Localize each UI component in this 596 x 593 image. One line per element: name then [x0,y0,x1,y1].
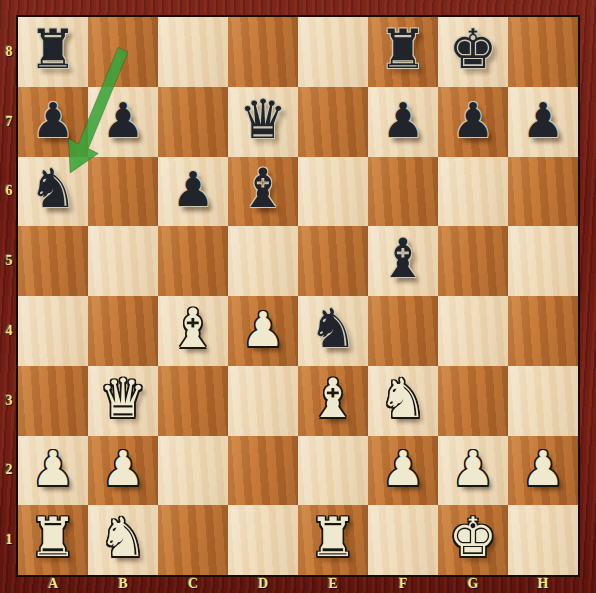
piece-black-pawn[interactable]: ♟ [381,96,424,144]
square-h7[interactable]: ♟ [508,87,578,157]
piece-white-pawn[interactable]: ♟ [31,444,74,492]
rank-label-3: 3 [0,366,18,436]
square-c7[interactable] [158,87,228,157]
square-d5[interactable] [228,226,298,296]
square-g4[interactable] [438,296,508,366]
square-a4[interactable] [18,296,88,366]
square-g7[interactable]: ♟ [438,87,508,157]
piece-white-queen[interactable]: ♛ [99,372,147,426]
piece-white-knight[interactable]: ♞ [379,372,427,426]
piece-black-pawn[interactable]: ♟ [101,96,144,144]
square-b4[interactable] [88,296,158,366]
square-h2[interactable]: ♟ [508,436,578,506]
square-g6[interactable] [438,157,508,227]
piece-black-bishop[interactable]: ♝ [379,232,427,286]
square-f8[interactable]: ♜ [368,17,438,87]
square-e3[interactable]: ♝ [298,366,368,436]
square-h6[interactable] [508,157,578,227]
piece-white-pawn[interactable]: ♟ [381,444,424,492]
square-b6[interactable] [88,157,158,227]
rank-label-8: 8 [0,17,18,87]
piece-black-rook[interactable]: ♜ [379,23,427,77]
square-d2[interactable] [228,436,298,506]
square-g3[interactable] [438,366,508,436]
file-label-d: D [228,575,298,593]
square-a3[interactable] [18,366,88,436]
piece-black-bishop[interactable]: ♝ [239,162,287,216]
square-h8[interactable] [508,17,578,87]
piece-black-knight[interactable]: ♞ [29,162,77,216]
rank-labels: 87654321 [0,17,18,575]
piece-black-queen[interactable]: ♛ [239,93,287,147]
piece-white-pawn[interactable]: ♟ [521,444,564,492]
square-e1[interactable]: ♜ [298,505,368,575]
piece-white-rook[interactable]: ♜ [309,511,357,565]
piece-white-knight[interactable]: ♞ [99,511,147,565]
square-a7[interactable]: ♟ [18,87,88,157]
square-c3[interactable] [158,366,228,436]
file-label-f: F [368,575,438,593]
square-f1[interactable] [368,505,438,575]
file-label-c: C [158,575,228,593]
piece-black-rook[interactable]: ♜ [29,23,77,77]
square-f2[interactable]: ♟ [368,436,438,506]
file-label-a: A [18,575,88,593]
rank-label-2: 2 [0,436,18,506]
square-e2[interactable] [298,436,368,506]
square-e8[interactable] [298,17,368,87]
chess-board: ♜♜♚♟♟♛♟♟♟♞♟♝♝♝♟♞♛♝♞♟♟♟♟♟♜♞♜♚ [18,17,578,575]
square-f3[interactable]: ♞ [368,366,438,436]
piece-black-pawn[interactable]: ♟ [451,96,494,144]
piece-black-pawn[interactable]: ♟ [521,96,564,144]
square-a2[interactable]: ♟ [18,436,88,506]
file-label-e: E [298,575,368,593]
square-e7[interactable] [298,87,368,157]
square-g1[interactable]: ♚ [438,505,508,575]
square-g5[interactable] [438,226,508,296]
square-c8[interactable] [158,17,228,87]
square-c5[interactable] [158,226,228,296]
square-b5[interactable] [88,226,158,296]
piece-white-pawn[interactable]: ♟ [101,444,144,492]
square-h1[interactable] [508,505,578,575]
square-d4[interactable]: ♟ [228,296,298,366]
piece-white-king[interactable]: ♚ [449,511,497,565]
chess-board-frame: 87654321 ABCDEFGH ♜♜♚♟♟♛♟♟♟♞♟♝♝♝♟♞♛♝♞♟♟♟… [0,0,596,593]
square-h4[interactable] [508,296,578,366]
square-e4[interactable]: ♞ [298,296,368,366]
square-h3[interactable] [508,366,578,436]
file-label-b: B [88,575,158,593]
rank-label-4: 4 [0,296,18,366]
piece-white-pawn[interactable]: ♟ [241,305,284,353]
square-c4[interactable]: ♝ [158,296,228,366]
piece-white-rook[interactable]: ♜ [29,511,77,565]
square-d6[interactable]: ♝ [228,157,298,227]
square-c2[interactable] [158,436,228,506]
file-labels: ABCDEFGH [18,575,578,593]
square-f4[interactable] [368,296,438,366]
square-h5[interactable] [508,226,578,296]
square-b1[interactable]: ♞ [88,505,158,575]
square-b2[interactable]: ♟ [88,436,158,506]
square-d1[interactable] [228,505,298,575]
piece-black-king[interactable]: ♚ [449,23,497,77]
file-label-h: H [508,575,578,593]
square-d8[interactable] [228,17,298,87]
square-g2[interactable]: ♟ [438,436,508,506]
piece-black-pawn[interactable]: ♟ [31,96,74,144]
file-label-g: G [438,575,508,593]
rank-label-5: 5 [0,226,18,296]
square-f6[interactable] [368,157,438,227]
square-c6[interactable]: ♟ [158,157,228,227]
square-d3[interactable] [228,366,298,436]
square-b7[interactable]: ♟ [88,87,158,157]
square-a1[interactable]: ♜ [18,505,88,575]
piece-white-pawn[interactable]: ♟ [451,444,494,492]
square-d7[interactable]: ♛ [228,87,298,157]
square-e6[interactable] [298,157,368,227]
square-a5[interactable] [18,226,88,296]
square-f5[interactable]: ♝ [368,226,438,296]
square-a6[interactable]: ♞ [18,157,88,227]
square-a8[interactable]: ♜ [18,17,88,87]
piece-black-knight[interactable]: ♞ [309,302,357,356]
square-b8[interactable] [88,17,158,87]
square-g8[interactable]: ♚ [438,17,508,87]
rank-label-1: 1 [0,505,18,575]
square-f7[interactable]: ♟ [368,87,438,157]
piece-black-pawn[interactable]: ♟ [171,165,214,213]
rank-label-7: 7 [0,87,18,157]
piece-white-bishop[interactable]: ♝ [309,372,357,426]
square-c1[interactable] [158,505,228,575]
rank-label-6: 6 [0,157,18,227]
square-b3[interactable]: ♛ [88,366,158,436]
piece-white-bishop[interactable]: ♝ [169,302,217,356]
square-e5[interactable] [298,226,368,296]
